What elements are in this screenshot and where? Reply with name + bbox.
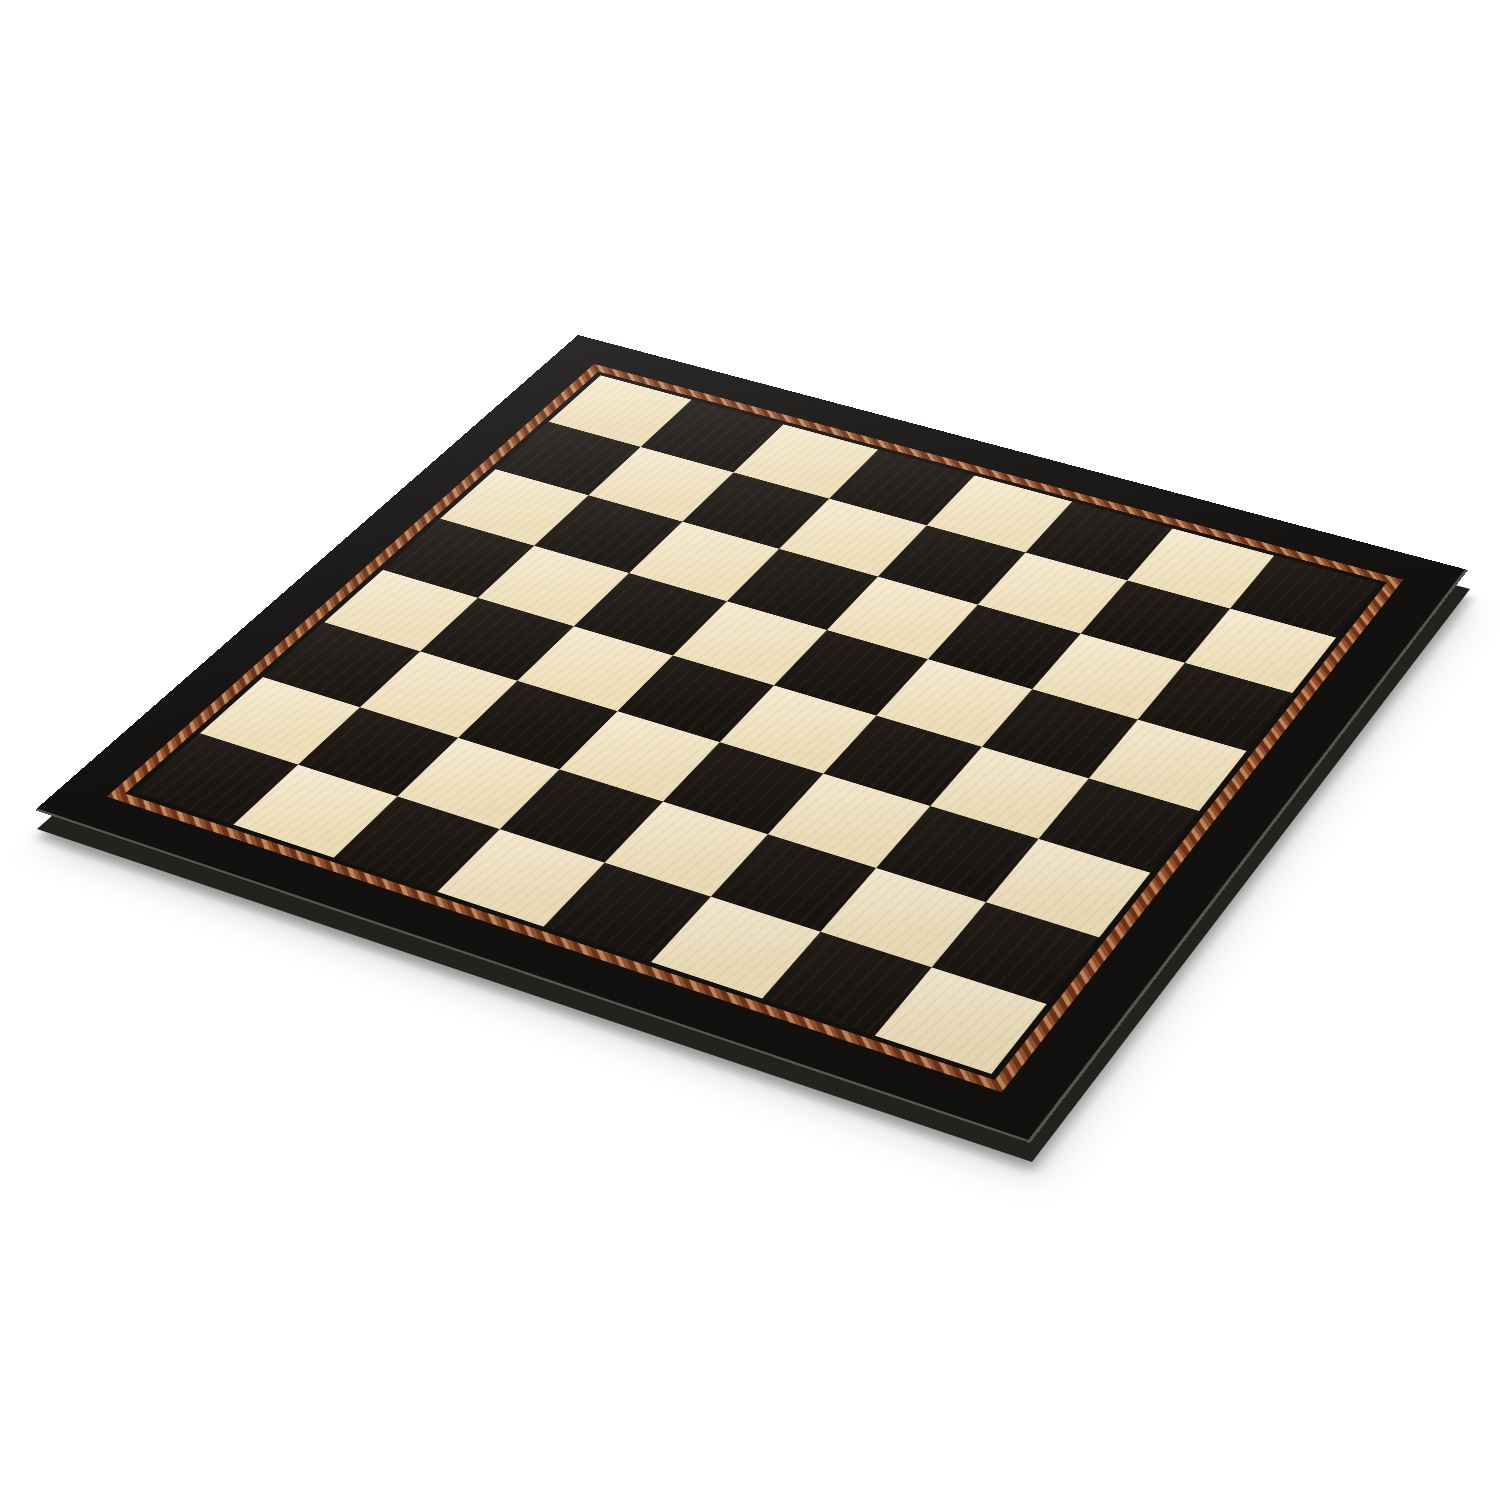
chess-board — [35, 335, 1468, 1143]
product-photo-scene — [0, 0, 1500, 1500]
